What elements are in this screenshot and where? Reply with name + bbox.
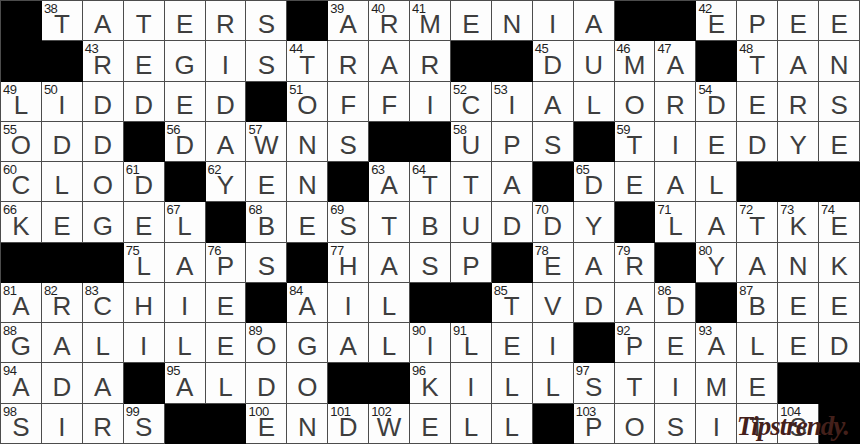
cell-letter: D	[533, 52, 573, 78]
cell-r1c3[interactable]: A	[83, 1, 124, 41]
cell-r10c7[interactable]: D	[246, 363, 287, 403]
cell-r7c18[interactable]: 80Y	[696, 243, 737, 283]
cell-r5c2[interactable]: L	[42, 162, 83, 202]
cell-letter: N	[287, 414, 327, 440]
cell-letter: E	[819, 11, 859, 37]
cell-r2c21[interactable]: N	[819, 41, 860, 81]
cell-r1c5[interactable]: E	[165, 1, 206, 41]
cell-letter: D	[492, 213, 532, 239]
cell-letter: E	[819, 293, 859, 319]
cell-r5c4[interactable]: 61D	[124, 162, 165, 202]
cell-r6c18[interactable]: A	[696, 202, 737, 242]
black-cell-r1c1	[1, 1, 42, 41]
cell-letter: E	[533, 253, 573, 279]
cell-r6c2[interactable]: E	[42, 202, 83, 242]
cell-r4c6[interactable]: A	[206, 122, 247, 162]
black-cell-r7c2	[42, 243, 83, 283]
cell-r7c7[interactable]: S	[246, 243, 287, 283]
cell-letter: U	[451, 213, 491, 239]
cell-letter: R	[42, 293, 82, 319]
cell-r2c19[interactable]: 48T	[737, 41, 778, 81]
cell-r3c11[interactable]: I	[410, 82, 451, 122]
cell-r7c16[interactable]: 79R	[615, 243, 656, 283]
cell-r3c14[interactable]: A	[533, 82, 574, 122]
cell-letter: N	[819, 52, 859, 78]
cell-r6c12[interactable]: U	[451, 202, 492, 242]
cell-r10c16[interactable]: T	[615, 363, 656, 403]
cell-r6c3[interactable]: G	[83, 202, 124, 242]
cell-r9c6[interactable]: E	[206, 323, 247, 363]
cell-r3c4[interactable]: D	[124, 82, 165, 122]
cell-r6c8[interactable]: E	[287, 202, 328, 242]
cell-r6c21[interactable]: 74E	[819, 202, 860, 242]
cell-r2c4[interactable]: E	[124, 41, 165, 81]
cell-r1c9[interactable]: 39A	[328, 1, 369, 41]
cell-r11c7[interactable]: 100E	[246, 404, 287, 444]
cell-letter: F	[328, 92, 368, 118]
cell-letter: P	[574, 414, 614, 440]
cell-letter: A	[206, 132, 246, 158]
cell-letter: C	[1, 172, 41, 198]
cell-r8c13[interactable]: 85T	[492, 283, 533, 323]
cell-r5c16[interactable]: E	[615, 162, 656, 202]
cell-r7c14[interactable]: 78E	[533, 243, 574, 283]
cell-r3c10[interactable]: F	[369, 82, 410, 122]
cell-letter: A	[1, 293, 41, 319]
cell-letter: L	[369, 333, 409, 359]
cell-letter: I	[165, 293, 205, 319]
cell-r6c20[interactable]: 73K	[778, 202, 819, 242]
cell-r11c20[interactable]: 104S	[778, 404, 819, 444]
cell-r11c15[interactable]: 103P	[574, 404, 615, 444]
cell-r5c12[interactable]: T	[451, 162, 492, 202]
cell-r3c1[interactable]: 49L	[1, 82, 42, 122]
cell-letter: Y	[696, 253, 736, 279]
cell-r2c9[interactable]: R	[328, 41, 369, 81]
cell-r10c11[interactable]: 96K	[410, 363, 451, 403]
cell-r6c7[interactable]: 68B	[246, 202, 287, 242]
cell-r2c6[interactable]: I	[206, 41, 247, 81]
cell-r4c16[interactable]: 59T	[615, 122, 656, 162]
cell-r5c13[interactable]: A	[492, 162, 533, 202]
cell-letter: I	[206, 52, 246, 78]
cell-r11c2[interactable]: I	[42, 404, 83, 444]
cell-r8c17[interactable]: 86D	[655, 283, 696, 323]
cell-r11c16[interactable]: O	[615, 404, 656, 444]
cell-letter: T	[492, 293, 532, 319]
cell-r6c4[interactable]: E	[124, 202, 165, 242]
cell-letter: I	[410, 333, 450, 359]
cell-r1c2[interactable]: 38T	[42, 1, 83, 41]
black-cell-r10c21	[819, 363, 860, 403]
cell-r1c6[interactable]: R	[206, 1, 247, 41]
cell-r3c13[interactable]: 53I	[492, 82, 533, 122]
cell-letter: S	[246, 11, 286, 37]
cell-r8c5[interactable]: I	[165, 283, 206, 323]
cell-r10c1[interactable]: 94A	[1, 363, 42, 403]
cell-letter: A	[696, 333, 736, 359]
cell-r1c15[interactable]: A	[574, 1, 615, 41]
cell-r11c1[interactable]: 98S	[1, 404, 42, 444]
cell-letter: E	[165, 92, 205, 118]
cell-r8c2[interactable]: 82R	[42, 283, 83, 323]
cell-r9c9[interactable]: A	[328, 323, 369, 363]
cell-r11c4[interactable]: 99S	[124, 404, 165, 444]
cell-r9c7[interactable]: 89O	[246, 323, 287, 363]
cell-r6c13[interactable]: D	[492, 202, 533, 242]
cell-r4c13[interactable]: P	[492, 122, 533, 162]
black-cell-r5c9	[328, 162, 369, 202]
cell-r3c9[interactable]: F	[328, 82, 369, 122]
cell-r7c6[interactable]: 76P	[206, 243, 247, 283]
cell-letter: T	[615, 374, 655, 400]
cell-r10c12[interactable]: I	[451, 363, 492, 403]
cell-r8c20[interactable]: E	[778, 283, 819, 323]
cell-letter: S	[246, 253, 286, 279]
cell-r8c6[interactable]: E	[206, 283, 247, 323]
cell-letter: I	[410, 92, 450, 118]
cell-r4c21[interactable]: E	[819, 122, 860, 162]
cell-r7c4[interactable]: 75L	[124, 243, 165, 283]
cell-r11c3[interactable]: R	[83, 404, 124, 444]
cell-r9c3[interactable]: L	[83, 323, 124, 363]
cell-r8c15[interactable]: D	[574, 283, 615, 323]
cell-r9c2[interactable]: A	[42, 323, 83, 363]
cell-r9c10[interactable]: L	[369, 323, 410, 363]
cell-r1c20[interactable]: E	[778, 1, 819, 41]
cell-r7c9[interactable]: 77H	[328, 243, 369, 283]
cell-r1c19[interactable]: P	[737, 1, 778, 41]
cell-r7c5[interactable]: A	[165, 243, 206, 283]
cell-letter: E	[696, 132, 736, 158]
cell-r3c3[interactable]: D	[83, 82, 124, 122]
cell-r4c12[interactable]: 58U	[451, 122, 492, 162]
cell-letter: A	[83, 374, 123, 400]
cell-letter: I	[655, 374, 695, 400]
cell-r6c17[interactable]: 71L	[655, 202, 696, 242]
cell-r9c20[interactable]: E	[778, 323, 819, 363]
cell-letter: S	[410, 253, 450, 279]
cell-letter: A	[165, 374, 205, 400]
cell-letter: O	[246, 333, 286, 359]
cell-r1c12[interactable]: E	[451, 1, 492, 41]
cell-r6c10[interactable]: T	[369, 202, 410, 242]
black-cell-r8c12	[451, 283, 492, 323]
cell-r11c10[interactable]: 102W	[369, 404, 410, 444]
cell-letter: L	[451, 414, 491, 440]
cell-r1c21[interactable]: E	[819, 1, 860, 41]
cell-r11c8[interactable]: N	[287, 404, 328, 444]
cell-r3c6[interactable]: D	[206, 82, 247, 122]
cell-letter: L	[124, 253, 164, 279]
cell-r9c13[interactable]: E	[492, 323, 533, 363]
cell-r9c11[interactable]: 90I	[410, 323, 451, 363]
cell-letter: S	[246, 52, 286, 78]
cell-letter: D	[206, 92, 246, 118]
cell-letter: T	[287, 52, 327, 78]
cell-letter: R	[410, 52, 450, 78]
cell-r9c18[interactable]: 93A	[696, 323, 737, 363]
cell-letter: E	[819, 213, 859, 239]
cell-letter: S	[574, 374, 614, 400]
cell-r1c4[interactable]: T	[124, 1, 165, 41]
cell-r3c20[interactable]: R	[778, 82, 819, 122]
cell-r10c8[interactable]: O	[287, 363, 328, 403]
cell-r2c16[interactable]: 46M	[615, 41, 656, 81]
cell-letter: A	[328, 333, 368, 359]
cell-r3c17[interactable]: R	[655, 82, 696, 122]
cell-r6c5[interactable]: 67L	[165, 202, 206, 242]
cell-r2c20[interactable]: A	[778, 41, 819, 81]
cell-letter: D	[574, 293, 614, 319]
cell-r5c11[interactable]: 64T	[410, 162, 451, 202]
cell-r1c13[interactable]: N	[492, 1, 533, 41]
cell-r10c2[interactable]: D	[42, 363, 83, 403]
cell-r2c15[interactable]: U	[574, 41, 615, 81]
black-cell-r2c1	[1, 41, 42, 81]
cell-r1c11[interactable]: 41M	[410, 1, 451, 41]
cell-r7c11[interactable]: S	[410, 243, 451, 283]
cell-letter: D	[737, 132, 777, 158]
cell-r2c3[interactable]: 43R	[83, 41, 124, 81]
cell-r9c4[interactable]: I	[124, 323, 165, 363]
black-cell-r2c13	[492, 41, 533, 81]
black-cell-r10c20	[778, 363, 819, 403]
cell-letter: E	[778, 11, 818, 37]
cell-r4c3[interactable]: D	[83, 122, 124, 162]
cell-letter: I	[124, 333, 164, 359]
cell-r2c5[interactable]: G	[165, 41, 206, 81]
cell-r10c15[interactable]: 97S	[574, 363, 615, 403]
cell-r4c1[interactable]: 55O	[1, 122, 42, 162]
cell-r3c5[interactable]: E	[165, 82, 206, 122]
cell-r11c11[interactable]: E	[410, 404, 451, 444]
cell-r1c10[interactable]: 40R	[369, 1, 410, 41]
cell-letter: E	[124, 52, 164, 78]
cell-letter: D	[42, 132, 82, 158]
cell-letter: D	[124, 92, 164, 118]
cell-r10c18[interactable]: M	[696, 363, 737, 403]
cell-r2c10[interactable]: A	[369, 41, 410, 81]
cell-r2c17[interactable]: 47A	[655, 41, 696, 81]
cell-r5c6[interactable]: 62Y	[206, 162, 247, 202]
black-cell-r2c12	[451, 41, 492, 81]
cell-r3c12[interactable]: 52C	[451, 82, 492, 122]
cell-r5c17[interactable]: A	[655, 162, 696, 202]
cell-r10c14[interactable]: L	[533, 363, 574, 403]
cell-r2c14[interactable]: 45D	[533, 41, 574, 81]
cell-r5c10[interactable]: 63A	[369, 162, 410, 202]
cell-r8c14[interactable]: V	[533, 283, 574, 323]
cell-letter: M	[410, 11, 450, 37]
cell-r7c15[interactable]: A	[574, 243, 615, 283]
cell-r3c19[interactable]: E	[737, 82, 778, 122]
cell-r7c19[interactable]: A	[737, 243, 778, 283]
cell-letter: E	[246, 414, 286, 440]
cell-r9c5[interactable]: L	[165, 323, 206, 363]
cell-r8c16[interactable]: A	[615, 283, 656, 323]
cell-letter: A	[42, 333, 82, 359]
cell-r8c4[interactable]: H	[124, 283, 165, 323]
cell-letter: L	[492, 414, 532, 440]
cell-r4c14[interactable]: S	[533, 122, 574, 162]
cell-r11c13[interactable]: L	[492, 404, 533, 444]
cell-letter: L	[696, 172, 736, 198]
cell-r10c17[interactable]: I	[655, 363, 696, 403]
black-cell-r11c6	[206, 404, 247, 444]
cell-letter: G	[165, 52, 205, 78]
cell-r1c18[interactable]: 42E	[696, 1, 737, 41]
cell-r3c8[interactable]: 51O	[287, 82, 328, 122]
cell-letter: N	[287, 172, 327, 198]
cell-r4c18[interactable]: E	[696, 122, 737, 162]
black-cell-r5c20	[778, 162, 819, 202]
cell-r9c16[interactable]: 92P	[615, 323, 656, 363]
cell-r5c15[interactable]: 65D	[574, 162, 615, 202]
cell-r7c20[interactable]: N	[778, 243, 819, 283]
cell-r10c13[interactable]: L	[492, 363, 533, 403]
cell-r9c8[interactable]: G	[287, 323, 328, 363]
cell-r5c3[interactable]: O	[83, 162, 124, 202]
black-cell-r1c17	[655, 1, 696, 41]
cell-r2c7[interactable]: S	[246, 41, 287, 81]
cell-letter: D	[328, 414, 368, 440]
cell-r2c8[interactable]: 44T	[287, 41, 328, 81]
cell-r5c8[interactable]: N	[287, 162, 328, 202]
cell-letter: S	[328, 132, 368, 158]
cell-r9c14[interactable]: I	[533, 323, 574, 363]
cell-letter: M	[696, 374, 736, 400]
cell-letter: E	[287, 213, 327, 239]
cell-letter: I	[42, 414, 82, 440]
cell-r4c17[interactable]: I	[655, 122, 696, 162]
cell-r8c21[interactable]: E	[819, 283, 860, 323]
black-cell-r11c21	[819, 404, 860, 444]
cell-r8c3[interactable]: 83C	[83, 283, 124, 323]
cell-r3c15[interactable]: L	[574, 82, 615, 122]
cell-r3c21[interactable]: S	[819, 82, 860, 122]
cell-r4c9[interactable]: S	[328, 122, 369, 162]
cell-r1c14[interactable]: I	[533, 1, 574, 41]
cell-letter: A	[369, 253, 409, 279]
cell-r5c7[interactable]: E	[246, 162, 287, 202]
cell-letter: L	[42, 172, 82, 198]
cell-r4c7[interactable]: 57W	[246, 122, 287, 162]
cell-r2c11[interactable]: R	[410, 41, 451, 81]
cell-letter: R	[778, 92, 818, 118]
cell-r3c2[interactable]: 50I	[42, 82, 83, 122]
cell-letter: G	[287, 333, 327, 359]
cell-r9c12[interactable]: 91L	[451, 323, 492, 363]
cell-letter: I	[328, 293, 368, 319]
cell-r3c18[interactable]: 54D	[696, 82, 737, 122]
cell-r4c20[interactable]: Y	[778, 122, 819, 162]
cell-r11c18[interactable]: I	[696, 404, 737, 444]
cell-r6c11[interactable]: B	[410, 202, 451, 242]
cell-r6c15[interactable]: Y	[574, 202, 615, 242]
cell-letter: D	[655, 293, 695, 319]
black-cell-r10c10	[369, 363, 410, 403]
cell-letter: A	[778, 52, 818, 78]
cell-r4c19[interactable]: D	[737, 122, 778, 162]
cell-r5c1[interactable]: 60C	[1, 162, 42, 202]
cell-r4c2[interactable]: D	[42, 122, 83, 162]
cell-r10c19[interactable]: E	[737, 363, 778, 403]
cell-r6c1[interactable]: 66K	[1, 202, 42, 242]
cell-letter: D	[83, 92, 123, 118]
cell-r8c9[interactable]: I	[328, 283, 369, 323]
cell-r11c9[interactable]: 101D	[328, 404, 369, 444]
cell-r8c10[interactable]: L	[369, 283, 410, 323]
cell-letter: O	[1, 132, 41, 158]
cell-r4c8[interactable]: N	[287, 122, 328, 162]
cell-letter: L	[1, 92, 41, 118]
cell-letter: E	[819, 132, 859, 158]
cell-letter: Y	[206, 172, 246, 198]
cell-r1c7[interactable]: S	[246, 1, 287, 41]
cell-letter: A	[696, 213, 736, 239]
cell-r11c19[interactable]: T	[737, 404, 778, 444]
cell-letter: R	[83, 52, 123, 78]
black-cell-r5c19	[737, 162, 778, 202]
cell-r8c19[interactable]: 87B	[737, 283, 778, 323]
cell-letter: E	[246, 172, 286, 198]
cell-letter: D	[533, 213, 573, 239]
black-cell-r10c9	[328, 363, 369, 403]
cell-letter: L	[574, 92, 614, 118]
cell-r11c17[interactable]: S	[655, 404, 696, 444]
black-cell-r7c13	[492, 243, 533, 283]
cell-letter: R	[328, 52, 368, 78]
black-cell-r4c15	[574, 122, 615, 162]
black-cell-r11c5	[165, 404, 206, 444]
cell-r6c14[interactable]: 70D	[533, 202, 574, 242]
cell-r6c19[interactable]: 72T	[737, 202, 778, 242]
cell-letter: T	[410, 172, 450, 198]
cell-letter: I	[42, 92, 82, 118]
cell-letter: O	[615, 414, 655, 440]
cell-r9c19[interactable]: L	[737, 323, 778, 363]
cell-r7c21[interactable]: K	[819, 243, 860, 283]
cell-r4c5[interactable]: 56D	[165, 122, 206, 162]
cell-r10c6[interactable]: L	[206, 363, 247, 403]
cell-letter: T	[737, 213, 777, 239]
cell-r10c3[interactable]: A	[83, 363, 124, 403]
cell-r8c8[interactable]: 84A	[287, 283, 328, 323]
cell-r3c16[interactable]: O	[615, 82, 656, 122]
cell-r8c1[interactable]: 81A	[1, 283, 42, 323]
cell-r7c12[interactable]: P	[451, 243, 492, 283]
cell-r9c1[interactable]: 88G	[1, 323, 42, 363]
cell-r9c17[interactable]: E	[655, 323, 696, 363]
cell-letter: E	[165, 11, 205, 37]
cell-letter: H	[124, 293, 164, 319]
cell-r11c12[interactable]: L	[451, 404, 492, 444]
cell-letter: D	[574, 172, 614, 198]
cell-letter: I	[492, 92, 532, 118]
cell-r9c21[interactable]: D	[819, 323, 860, 363]
cell-r5c18[interactable]: L	[696, 162, 737, 202]
cell-r6c9[interactable]: 69S	[328, 202, 369, 242]
cell-r7c10[interactable]: A	[369, 243, 410, 283]
cell-letter: U	[451, 132, 491, 158]
cell-letter: L	[492, 374, 532, 400]
black-cell-r5c21	[819, 162, 860, 202]
cell-letter: E	[42, 213, 82, 239]
cell-letter: L	[165, 213, 205, 239]
cell-letter: E	[451, 11, 491, 37]
cell-r10c5[interactable]: 95A	[165, 363, 206, 403]
